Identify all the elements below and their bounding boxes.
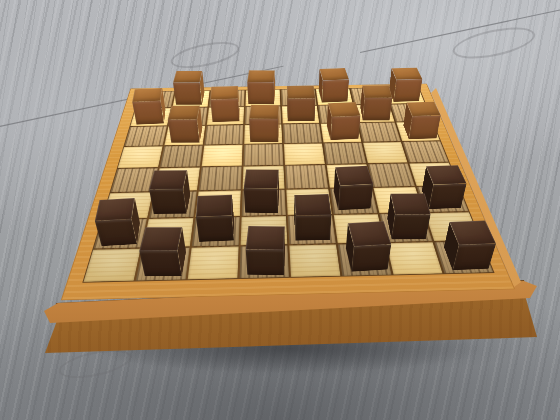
square-f3[interactable] xyxy=(330,188,378,214)
cube-top-face xyxy=(167,105,199,119)
dark-square-surface xyxy=(403,141,449,162)
piece-light-cube[interactable] xyxy=(176,93,204,105)
cube-top-face xyxy=(149,170,187,189)
cube-top-face xyxy=(426,165,467,184)
piece-dark-cube[interactable] xyxy=(245,194,279,213)
light-square-surface xyxy=(188,247,239,280)
square-b3[interactable] xyxy=(149,191,197,218)
square-g6[interactable] xyxy=(359,122,401,141)
piece-light-cube[interactable] xyxy=(360,107,389,120)
photo-scene xyxy=(0,0,560,420)
cube-top-face xyxy=(210,86,238,99)
square-c5[interactable] xyxy=(202,145,243,167)
cube-front-face xyxy=(173,82,202,104)
cube-front-face xyxy=(428,183,466,209)
square-e7[interactable] xyxy=(282,106,319,124)
square-g4[interactable] xyxy=(368,163,415,187)
light-square-surface xyxy=(202,145,243,167)
piece-light-cube[interactable] xyxy=(327,125,359,140)
cube-front-face xyxy=(245,249,283,275)
square-a6[interactable] xyxy=(124,126,167,146)
square-h1[interactable] xyxy=(435,241,494,273)
square-d6[interactable] xyxy=(244,124,282,144)
dark-square-surface xyxy=(124,126,167,146)
cube-front-face xyxy=(391,214,430,239)
piece-light-cube[interactable] xyxy=(171,128,202,142)
cube-front-face xyxy=(249,119,278,143)
piece-dark-cube[interactable] xyxy=(387,218,426,239)
cube-front-face xyxy=(393,79,422,102)
cube-top-face xyxy=(406,101,440,115)
square-c1[interactable] xyxy=(188,247,239,280)
cube-front-face xyxy=(210,98,239,122)
square-e1[interactable] xyxy=(289,244,340,277)
cube-top-face xyxy=(243,169,278,188)
light-square-surface xyxy=(284,143,325,165)
cube-front-face xyxy=(247,82,274,104)
square-c6[interactable] xyxy=(204,125,243,145)
square-e5[interactable] xyxy=(284,143,325,165)
square-d3[interactable] xyxy=(242,190,286,216)
square-f5[interactable] xyxy=(324,143,367,164)
cube-top-face xyxy=(245,226,284,250)
dark-square-surface xyxy=(160,146,203,168)
piece-light-cube[interactable] xyxy=(403,124,436,139)
floor-grain-knot xyxy=(168,37,241,73)
cube-front-face xyxy=(149,189,187,214)
piece-light-cube[interactable] xyxy=(318,90,347,103)
cube-top-face xyxy=(132,88,162,102)
square-b6[interactable] xyxy=(164,126,205,146)
square-a7[interactable] xyxy=(130,108,171,126)
cube-front-face xyxy=(94,219,136,246)
cube-top-face xyxy=(247,70,275,82)
square-a2[interactable] xyxy=(94,219,148,249)
cube-front-face xyxy=(338,184,373,210)
dark-square-surface xyxy=(324,143,367,164)
square-e4[interactable] xyxy=(285,165,328,189)
square-f1[interactable] xyxy=(338,243,392,276)
cube-front-face xyxy=(362,98,392,121)
square-d5[interactable] xyxy=(243,144,283,166)
dark-square-surface xyxy=(359,122,401,141)
piece-dark-cube[interactable] xyxy=(199,219,234,241)
cube-front-face xyxy=(322,79,349,102)
light-square-surface xyxy=(118,146,163,168)
square-c4[interactable] xyxy=(199,167,242,191)
dark-square-surface xyxy=(243,144,283,166)
piece-dark-cube[interactable] xyxy=(294,219,330,241)
cube-top-face xyxy=(335,165,373,185)
square-b1[interactable] xyxy=(136,248,190,281)
cube-top-face xyxy=(390,193,430,214)
piece-dark-cube[interactable] xyxy=(101,223,139,246)
cube-front-face xyxy=(132,101,164,125)
cube-top-face xyxy=(294,194,331,215)
dark-square-surface xyxy=(368,163,415,187)
cube-top-face xyxy=(139,227,182,251)
cube-front-face xyxy=(330,116,360,140)
dark-square-surface xyxy=(283,124,322,144)
piece-light-cube[interactable] xyxy=(136,110,165,124)
cube-front-face xyxy=(243,188,277,213)
square-b5[interactable] xyxy=(160,146,203,168)
cube-top-face xyxy=(286,86,315,99)
piece-light-cube[interactable] xyxy=(287,108,315,121)
floor-grain-knot xyxy=(450,22,538,65)
piece-light-cube[interactable] xyxy=(250,128,279,143)
piece-light-cube[interactable] xyxy=(389,89,419,102)
cube-top-face xyxy=(173,71,202,83)
square-a1[interactable] xyxy=(83,249,140,282)
piece-dark-cube[interactable] xyxy=(153,194,190,213)
light-square-surface xyxy=(83,249,140,282)
light-square-surface xyxy=(289,244,340,277)
square-e2[interactable] xyxy=(288,215,336,244)
cube-front-face xyxy=(196,215,234,241)
piece-dark-cube[interactable] xyxy=(333,190,370,210)
square-e6[interactable] xyxy=(283,124,322,144)
dark-square-surface xyxy=(204,125,243,145)
piece-dark-cube[interactable] xyxy=(345,246,387,271)
cube-top-face xyxy=(347,221,390,246)
cube-top-face xyxy=(328,102,361,117)
light-square-surface xyxy=(363,142,407,163)
cube-front-face xyxy=(452,243,495,270)
dark-square-surface xyxy=(285,165,328,189)
cube-front-face xyxy=(408,115,440,139)
square-d1[interactable] xyxy=(240,246,290,279)
dark-square-surface xyxy=(199,167,242,191)
square-g5[interactable] xyxy=(363,142,407,163)
piece-dark-cube[interactable] xyxy=(144,252,185,276)
piece-light-cube[interactable] xyxy=(248,92,275,104)
square-g7[interactable] xyxy=(354,104,394,122)
square-h6[interactable] xyxy=(396,122,440,141)
cube-front-face xyxy=(167,119,199,142)
cube-front-face xyxy=(287,98,315,121)
cube-front-face xyxy=(295,215,331,241)
cube-top-face xyxy=(196,195,232,217)
square-h5[interactable] xyxy=(403,141,449,162)
square-a5[interactable] xyxy=(118,146,163,168)
cube-top-face xyxy=(94,198,134,221)
square-d8[interactable] xyxy=(246,90,281,107)
cube-top-face xyxy=(362,85,392,98)
cube-front-face xyxy=(351,244,391,271)
piece-light-cube[interactable] xyxy=(212,108,239,122)
cube-top-face xyxy=(319,68,349,80)
cube-top-face xyxy=(249,105,279,119)
square-c2[interactable] xyxy=(192,217,240,246)
checkers-board-grid xyxy=(82,87,494,283)
square-c7[interactable] xyxy=(207,107,244,125)
cube-front-face xyxy=(139,250,181,275)
piece-dark-cube[interactable] xyxy=(247,251,285,275)
square-f6[interactable] xyxy=(321,123,362,143)
